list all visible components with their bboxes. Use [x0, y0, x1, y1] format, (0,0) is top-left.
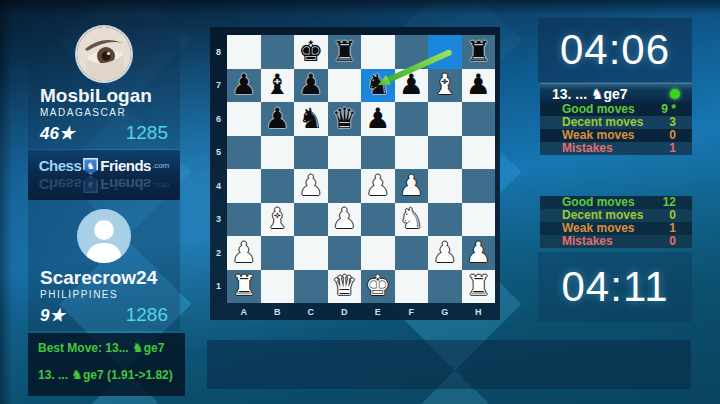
- square-f8[interactable]: [395, 35, 429, 69]
- stat-value: 0: [669, 235, 676, 248]
- bottom-clock-panel: 04:11: [538, 252, 692, 322]
- square-d5[interactable]: [328, 136, 362, 170]
- top-clock-panel: 04:06: [538, 18, 692, 82]
- file-label-h: H: [462, 304, 496, 319]
- top-player-name: MosbiLogan: [40, 86, 180, 106]
- top-player-country: MADAGASCAR: [40, 107, 180, 119]
- square-g5[interactable]: [428, 136, 462, 170]
- square-a2[interactable]: ♟: [227, 236, 261, 270]
- square-f3[interactable]: ♞: [395, 203, 429, 237]
- black-pawn-h7: ♟: [462, 69, 496, 103]
- square-f5[interactable]: [395, 136, 429, 170]
- played-move-line: 13. ... ♞ge7 (1.91->1.82): [38, 368, 185, 382]
- rank-label-1: 1: [210, 270, 227, 304]
- black-pawn-c7: ♟: [294, 69, 328, 103]
- rank-label-4: 4: [210, 169, 227, 203]
- logo-reflection: Chess ♞ Friends .com: [39, 176, 170, 193]
- square-b3[interactable]: ♝: [261, 203, 295, 237]
- top-player-stars: 46★: [40, 123, 74, 144]
- square-d1[interactable]: ♛: [328, 270, 362, 304]
- file-label-f: F: [395, 304, 429, 319]
- top-clock: 04:06: [560, 26, 670, 74]
- black-knight-c6: ♞: [294, 102, 328, 136]
- app-window: MosbiLogan MADAGASCAR 46★ 1285 Chess ♞ F…: [0, 0, 720, 404]
- top-player-rating: 1285: [126, 122, 168, 144]
- black-knight-e7: ♞: [361, 69, 395, 103]
- bottom-player-name: Scarecrow24: [40, 268, 180, 288]
- black-rook-h8: ♜: [462, 35, 496, 69]
- square-b4[interactable]: [261, 169, 295, 203]
- file-label-d: D: [328, 304, 362, 319]
- white-pawn-e4: ♟: [361, 169, 395, 203]
- star-icon: ★: [49, 306, 64, 325]
- rank-label-6: 6: [210, 102, 227, 136]
- square-d4[interactable]: [328, 169, 362, 203]
- square-a6[interactable]: [227, 102, 261, 136]
- square-e6[interactable]: ♟: [361, 102, 395, 136]
- bottom-player-rating: 1286: [126, 304, 168, 326]
- player-card-top: MosbiLogan MADAGASCAR 46★ 1285: [28, 18, 180, 149]
- logo-text-chess: Chess: [39, 158, 82, 174]
- logo-shield-icon: ♞: [83, 158, 98, 175]
- analysis-annotation-panel: Best Move: 13... ♞ge7 13. ... ♞ge7 (1.91…: [28, 333, 185, 396]
- square-g3[interactable]: [428, 203, 462, 237]
- stat-label: Mistakes: [562, 235, 613, 248]
- square-b5[interactable]: [261, 136, 295, 170]
- rank-label-2: 2: [210, 236, 227, 270]
- logo-text-friends: Friends: [100, 158, 151, 174]
- square-a8[interactable]: [227, 35, 261, 69]
- square-h1[interactable]: ♜: [462, 270, 496, 304]
- white-pawn-g2: ♟: [428, 236, 462, 270]
- black-bishop-b7: ♝: [261, 69, 295, 103]
- square-h2[interactable]: ♟: [462, 236, 496, 270]
- player-card-bottom: Scarecrow24 PHILIPPINES 9★ 1286: [28, 200, 180, 331]
- best-move-line: Best Move: 13... ♞ge7: [38, 341, 185, 355]
- square-e3[interactable]: [361, 203, 395, 237]
- square-g4[interactable]: [428, 169, 462, 203]
- move-quality-dot: [670, 89, 680, 99]
- square-e2[interactable]: [361, 236, 395, 270]
- bottom-player-stars: 9★: [40, 305, 65, 326]
- board-grid: ♚♜♜♟♝♟♞♟♝♟♟♞♛♟♟♟♟♝♟♞♟♟♟♜♛♚♜: [227, 35, 495, 303]
- square-e5[interactable]: [361, 136, 395, 170]
- square-c4[interactable]: ♟: [294, 169, 328, 203]
- square-h4[interactable]: [462, 169, 496, 203]
- stats-rows-bottom: Good moves12Decent moves0Weak moves1Mist…: [540, 196, 692, 248]
- square-b2[interactable]: [261, 236, 295, 270]
- square-b8[interactable]: [261, 35, 295, 69]
- square-e7[interactable]: ♞: [361, 69, 395, 103]
- square-h7[interactable]: ♟: [462, 69, 496, 103]
- eye-avatar-image: [77, 27, 131, 81]
- white-pawn-f4: ♟: [395, 169, 429, 203]
- square-g1[interactable]: [428, 270, 462, 304]
- square-d2[interactable]: [328, 236, 362, 270]
- square-h8[interactable]: ♜: [462, 35, 496, 69]
- move-quality-panel-top: 13. ... ♞ge7 Good moves9 *Decent moves3W…: [540, 83, 692, 155]
- chessfriends-logo: Chess ♞ Friends .com Chess ♞ Friends .co…: [28, 150, 180, 200]
- square-d6[interactable]: ♛: [328, 102, 362, 136]
- bottom-clock: 04:11: [562, 263, 669, 311]
- stats-rows-top: Good moves9 *Decent moves3Weak moves0Mis…: [540, 103, 692, 155]
- move-quality-panel-bottom: Good moves12Decent moves0Weak moves1Mist…: [540, 196, 692, 248]
- square-f7[interactable]: ♟: [395, 69, 429, 103]
- black-pawn-a7: ♟: [227, 69, 261, 103]
- avatar-top-player: [77, 27, 131, 81]
- black-pawn-f7: ♟: [395, 69, 429, 103]
- square-f4[interactable]: ♟: [395, 169, 429, 203]
- file-label-e: E: [361, 304, 395, 319]
- white-pawn-a2: ♟: [227, 236, 261, 270]
- bottom-decor-band: [207, 340, 691, 389]
- square-e4[interactable]: ♟: [361, 169, 395, 203]
- square-f2[interactable]: [395, 236, 429, 270]
- rank-label-3: 3: [210, 203, 227, 237]
- square-c7[interactable]: ♟: [294, 69, 328, 103]
- file-label-b: B: [261, 304, 295, 319]
- last-move-text: 13. ... ♞ge7: [552, 86, 628, 102]
- square-c5[interactable]: [294, 136, 328, 170]
- white-pawn-d3: ♟: [328, 203, 362, 237]
- square-g6[interactable]: [428, 102, 462, 136]
- rank-label-5: 5: [210, 136, 227, 170]
- square-b7[interactable]: ♝: [261, 69, 295, 103]
- square-h5[interactable]: [462, 136, 496, 170]
- square-c1[interactable]: [294, 270, 328, 304]
- white-rook-h1: ♜: [462, 270, 496, 304]
- square-g8[interactable]: [428, 35, 462, 69]
- rank-label-7: 7: [210, 69, 227, 103]
- square-a3[interactable]: [227, 203, 261, 237]
- knight-icon: ♞: [132, 340, 144, 355]
- square-a7[interactable]: ♟: [227, 69, 261, 103]
- square-b6[interactable]: ♟: [261, 102, 295, 136]
- square-a4[interactable]: [227, 169, 261, 203]
- white-pawn-h2: ♟: [462, 236, 496, 270]
- white-queen-d1: ♛: [328, 270, 362, 304]
- square-d7[interactable]: [328, 69, 362, 103]
- square-c2[interactable]: [294, 236, 328, 270]
- rank-labels: 87654321: [210, 35, 227, 303]
- stat-label: Mistakes: [562, 142, 613, 155]
- file-label-a: A: [227, 304, 261, 319]
- square-h6[interactable]: [462, 102, 496, 136]
- square-f6[interactable]: [395, 102, 429, 136]
- square-a5[interactable]: [227, 136, 261, 170]
- square-g7[interactable]: ♝: [428, 69, 462, 103]
- white-bishop-b3: ♝: [261, 203, 295, 237]
- square-b1[interactable]: [261, 270, 295, 304]
- square-h3[interactable]: [462, 203, 496, 237]
- stat-row-mistake: Mistakes1: [540, 142, 692, 155]
- knight-icon: ♞: [71, 367, 83, 382]
- white-pawn-c4: ♟: [294, 169, 328, 203]
- square-f1[interactable]: [395, 270, 429, 304]
- square-d8[interactable]: ♜: [328, 35, 362, 69]
- black-king-c8: ♚: [294, 35, 328, 69]
- logo-text-com: .com: [152, 158, 169, 174]
- square-a1[interactable]: ♜: [227, 270, 261, 304]
- square-g2[interactable]: ♟: [428, 236, 462, 270]
- knight-icon: ♞: [591, 86, 604, 102]
- white-knight-f3: ♞: [395, 203, 429, 237]
- white-rook-a1: ♜: [227, 270, 261, 304]
- black-queen-d6: ♛: [328, 102, 362, 136]
- person-silhouette-icon: [77, 209, 131, 263]
- square-e1[interactable]: ♚: [361, 270, 395, 304]
- white-bishop-g7: ♝: [428, 69, 462, 103]
- chess-board-panel: 87654321 ♚♜♜♟♝♟♞♟♝♟♟♞♛♟♟♟♟♝♟♞♟♟♟♜♛♚♜ ABC…: [210, 27, 500, 320]
- avatar-bottom-player: [77, 209, 131, 263]
- square-e8[interactable]: [361, 35, 395, 69]
- square-c8[interactable]: ♚: [294, 35, 328, 69]
- last-move-header: 13. ... ♞ge7: [540, 83, 692, 103]
- logo-row: Chess ♞ Friends .com: [39, 158, 170, 175]
- bottom-player-country: PHILIPPINES: [40, 289, 180, 301]
- square-c3[interactable]: [294, 203, 328, 237]
- black-rook-d8: ♜: [328, 35, 362, 69]
- white-king-e1: ♚: [361, 270, 395, 304]
- black-pawn-b6: ♟: [261, 102, 295, 136]
- file-label-g: G: [428, 304, 462, 319]
- file-labels: ABCDEFGH: [227, 304, 495, 319]
- rank-label-8: 8: [210, 35, 227, 69]
- star-icon: ★: [59, 124, 74, 143]
- file-label-c: C: [294, 304, 328, 319]
- square-d3[interactable]: ♟: [328, 203, 362, 237]
- stat-row-mistake: Mistakes0: [540, 235, 692, 248]
- square-c6[interactable]: ♞: [294, 102, 328, 136]
- stat-value: 1: [669, 142, 676, 155]
- black-pawn-e6: ♟: [361, 102, 395, 136]
